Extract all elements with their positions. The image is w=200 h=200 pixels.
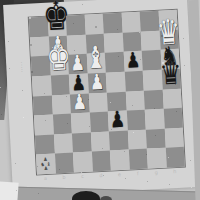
dust-speck xyxy=(74,50,75,51)
dust-speck xyxy=(132,105,133,106)
dust-speck xyxy=(89,126,90,127)
dust-speck xyxy=(0,87,1,88)
square-c8[interactable] xyxy=(66,15,86,36)
dust-speck xyxy=(44,93,45,94)
square-c4[interactable]: ♟ xyxy=(70,93,90,114)
dust-speck xyxy=(161,35,163,37)
dust-speck xyxy=(175,84,176,85)
dust-speck xyxy=(184,65,185,66)
captured-piece-offboard xyxy=(72,191,100,200)
square-h5[interactable]: ♛ xyxy=(161,69,181,90)
dust-speck xyxy=(60,1,61,2)
square-d2[interactable] xyxy=(90,131,110,152)
square-e2[interactable] xyxy=(109,130,129,151)
dust-speck xyxy=(81,172,82,173)
square-a2[interactable] xyxy=(35,134,55,155)
square-b6[interactable]: ♚ xyxy=(49,55,69,76)
dust-speck xyxy=(30,44,32,46)
square-h2[interactable] xyxy=(164,127,184,148)
file-label-e: e xyxy=(110,171,129,182)
dust-speck xyxy=(15,163,16,164)
square-e5[interactable] xyxy=(106,72,126,93)
dust-speck xyxy=(8,41,9,42)
square-e1[interactable] xyxy=(110,150,130,171)
dust-speck xyxy=(155,135,156,136)
dust-speck xyxy=(124,151,125,152)
dust-speck xyxy=(118,56,119,57)
piece-white-pawn[interactable]: ♟ xyxy=(72,92,87,114)
square-c2[interactable] xyxy=(72,132,92,153)
square-f2[interactable] xyxy=(127,129,147,150)
dust-speck xyxy=(147,181,148,182)
dust-speck xyxy=(154,108,155,109)
dust-speck xyxy=(103,175,104,176)
square-h4[interactable] xyxy=(162,88,182,109)
dust-speck xyxy=(190,160,191,161)
square-d3[interactable] xyxy=(89,112,109,133)
dust-speck xyxy=(29,17,31,19)
dust-speck xyxy=(88,99,89,100)
dust-speck xyxy=(117,29,118,30)
file-label-b: b xyxy=(55,174,74,185)
dust-speck xyxy=(139,32,140,33)
square-g3[interactable] xyxy=(145,109,165,130)
piece-black-pawn[interactable]: ♟ xyxy=(125,50,140,72)
mat-logo: ♟♞ ♝♟ xyxy=(40,157,51,171)
dust-speck xyxy=(95,26,97,28)
dust-speck xyxy=(38,193,39,194)
dust-speck xyxy=(73,23,74,24)
square-d5[interactable]: ♟ xyxy=(87,73,107,94)
file-label-c: c xyxy=(73,173,92,184)
dust-speck xyxy=(125,178,126,179)
square-d1[interactable] xyxy=(91,151,111,172)
dust-speck xyxy=(59,169,60,170)
piece-black-pawn[interactable]: ♟ xyxy=(109,108,125,131)
dust-speck xyxy=(37,166,38,167)
square-a4[interactable] xyxy=(33,95,53,116)
square-g1[interactable] xyxy=(147,148,167,169)
square-b2[interactable] xyxy=(53,133,73,154)
dust-speck xyxy=(31,71,33,73)
dust-speck xyxy=(111,129,112,130)
photo-chess-scene: ♚♟♛♚♟♝♟♞♟♟♛♟♟♟♞ ♝♟ abcdefgh ····· xyxy=(0,0,200,200)
dust-speck xyxy=(146,154,147,155)
dust-speck xyxy=(176,111,177,112)
dust-speck xyxy=(22,90,23,91)
square-g4[interactable] xyxy=(144,89,164,110)
dust-speck xyxy=(162,62,164,64)
chess-board[interactable]: ♚♟♛♚♟♝♟♞♟♟♛♟♟♟♞ ♝♟ xyxy=(28,9,186,176)
square-f8[interactable] xyxy=(121,12,141,33)
file-label-a: a xyxy=(36,174,55,185)
square-e6[interactable] xyxy=(105,52,125,73)
piece-white-pawn[interactable]: ♟ xyxy=(89,71,104,93)
square-g2[interactable] xyxy=(146,128,166,149)
dust-speck xyxy=(52,47,53,48)
square-e7[interactable] xyxy=(104,32,124,53)
square-d4[interactable] xyxy=(88,92,108,113)
file-label-f: f xyxy=(128,170,147,181)
file-label-d: d xyxy=(91,172,110,183)
square-e8[interactable] xyxy=(103,13,123,34)
chess-mat: ♚♟♛♚♟♝♟♞♟♟♛♟♟♟♞ ♝♟ abcdefgh ····· xyxy=(3,0,197,197)
dust-speck xyxy=(67,123,68,124)
square-f1[interactable] xyxy=(128,149,148,170)
file-label-h: h xyxy=(165,168,184,179)
square-b1[interactable] xyxy=(54,153,74,174)
dust-speck xyxy=(168,157,169,158)
dust-speck xyxy=(45,120,46,121)
square-f3[interactable] xyxy=(126,110,146,131)
square-d8[interactable] xyxy=(84,14,104,35)
dust-speck xyxy=(140,59,141,60)
dust-speck xyxy=(82,4,83,5)
dust-speck xyxy=(96,53,98,55)
dust-speck xyxy=(66,96,67,97)
dust-speck xyxy=(16,190,17,191)
dust-speck xyxy=(133,132,134,133)
dust-speck xyxy=(191,187,192,188)
square-c1[interactable] xyxy=(73,152,93,173)
square-f5[interactable] xyxy=(124,71,144,92)
dust-speck xyxy=(102,148,103,149)
square-h3[interactable] xyxy=(163,108,183,129)
dust-speck xyxy=(23,117,24,118)
square-f4[interactable] xyxy=(125,90,145,111)
square-f6[interactable]: ♟ xyxy=(123,51,143,72)
dust-speck xyxy=(169,184,170,185)
square-a3[interactable] xyxy=(34,115,54,136)
dust-speck xyxy=(1,114,2,115)
square-b3[interactable] xyxy=(52,114,72,135)
square-c3[interactable] xyxy=(71,113,91,134)
square-a1[interactable]: ♟♞ ♝♟ xyxy=(36,154,56,175)
mat-left-print: ····· xyxy=(19,62,25,74)
dust-speck xyxy=(51,20,52,21)
square-a5[interactable] xyxy=(32,75,52,96)
square-b4[interactable] xyxy=(51,94,71,115)
dust-speck xyxy=(183,38,184,39)
square-b5[interactable] xyxy=(50,74,70,95)
dust-speck xyxy=(110,102,111,103)
captured-piece-shadow xyxy=(100,196,112,200)
dust-speck xyxy=(9,68,10,69)
file-label-g: g xyxy=(147,169,166,180)
